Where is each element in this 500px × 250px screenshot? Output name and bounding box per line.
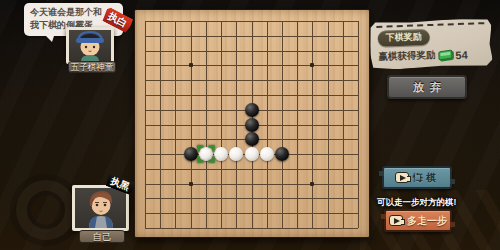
stone-black — [184, 147, 198, 161]
gear-decoration — [16, 180, 76, 240]
last-move-marker — [197, 146, 214, 163]
stone-black — [245, 132, 259, 146]
stone-black — [275, 147, 289, 161]
stone-black — [245, 118, 259, 132]
button-tab — [379, 171, 384, 176]
grid-line — [145, 213, 358, 214]
grid-line — [282, 21, 283, 228]
reward-note: 下棋奖励 赢棋获得奖励 54 — [369, 18, 493, 70]
stitch-line — [376, 22, 484, 28]
button-tab — [450, 222, 455, 227]
coin-amount: 54 — [455, 48, 468, 60]
opponent-portrait — [66, 27, 114, 64]
grid-line — [358, 21, 359, 228]
stone-black — [245, 103, 259, 117]
video-ad-icon — [389, 215, 403, 226]
video-ad-icon — [395, 172, 409, 183]
grid-line — [312, 21, 313, 228]
star-point — [189, 63, 193, 67]
grid-line — [145, 184, 358, 185]
extra-move-hint: 可以走一步对方的棋! — [377, 197, 467, 209]
game-screen: 今天谁会是那个和 我下棋的倒霉蛋 五子棋神童 执白 — [0, 0, 500, 250]
grid-line — [145, 228, 358, 229]
reward-title-badge: 下棋奖励 — [378, 29, 431, 47]
stone-white — [260, 147, 274, 161]
reward-row: 赢棋获得奖励 54 — [378, 48, 468, 64]
man-avatar-icon — [75, 188, 126, 228]
opponent-avatar — [69, 30, 111, 61]
grid-line — [343, 21, 344, 228]
extra-move-label: 多走一步 — [407, 214, 447, 228]
opponent-name-label: 五子棋神童 — [68, 61, 116, 73]
speech-line-1: 今天谁会是那个和 — [30, 6, 117, 19]
undo-label: 悔棋 — [413, 171, 439, 185]
boy-avatar-icon — [69, 30, 111, 61]
grid-line — [328, 21, 329, 228]
undo-button[interactable]: 悔棋 — [382, 166, 452, 189]
star-point — [310, 182, 314, 186]
grid-line — [145, 198, 358, 199]
board-grid — [145, 21, 358, 228]
money-icon — [438, 50, 452, 61]
star-point — [189, 182, 193, 186]
grid-line — [267, 21, 268, 228]
stone-white — [214, 147, 228, 161]
button-tab — [450, 179, 455, 184]
star-point — [310, 63, 314, 67]
stone-white — [229, 147, 243, 161]
grid-line — [297, 21, 298, 228]
give-up-button[interactable]: 放弃 — [387, 75, 467, 99]
grid-line — [145, 169, 358, 170]
reward-desc: 赢棋获得奖励 — [378, 49, 435, 64]
player-portrait — [72, 185, 129, 231]
player-name-label: 自己 — [79, 230, 125, 243]
gomoku-board[interactable] — [134, 9, 370, 238]
player-avatar — [75, 188, 126, 228]
stone-white — [245, 147, 259, 161]
button-tab — [381, 214, 386, 219]
extra-move-button[interactable]: 多走一步 — [384, 209, 452, 232]
